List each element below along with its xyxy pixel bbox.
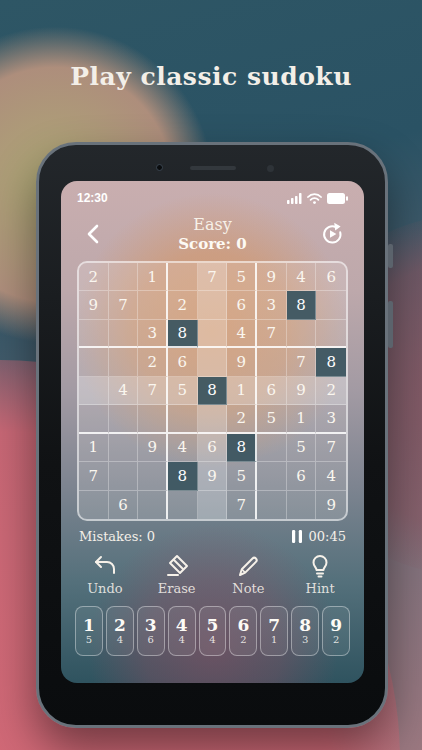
numpad-remaining-count: 3 bbox=[302, 635, 308, 645]
cell-r7c3[interactable]: 9 bbox=[138, 434, 168, 462]
volume-button bbox=[388, 301, 393, 348]
numpad: 152436445462718392 bbox=[75, 606, 350, 656]
numpad-digit: 7 bbox=[268, 617, 280, 634]
cell-r2c9[interactable] bbox=[316, 291, 346, 319]
cell-r2c4[interactable]: 2 bbox=[168, 291, 198, 319]
timer-label: 00:45 bbox=[309, 529, 346, 544]
erase-button[interactable]: Erase bbox=[141, 554, 213, 596]
cell-r2c6[interactable]: 6 bbox=[227, 291, 257, 319]
cell-r6c2[interactable] bbox=[109, 405, 139, 433]
status-bar: 12:30 bbox=[61, 181, 364, 207]
cell-r4c5[interactable] bbox=[198, 348, 228, 376]
numpad-6[interactable]: 62 bbox=[229, 606, 257, 656]
numpad-remaining-count: 2 bbox=[240, 635, 246, 645]
cell-r6c8[interactable]: 1 bbox=[287, 405, 317, 433]
cell-r6c9[interactable]: 3 bbox=[316, 405, 346, 433]
eraser-icon bbox=[164, 554, 190, 578]
cell-r1c4[interactable] bbox=[168, 263, 198, 291]
difficulty-label: Easy bbox=[178, 215, 247, 235]
numpad-7[interactable]: 71 bbox=[260, 606, 288, 656]
cell-r3c2[interactable] bbox=[109, 320, 139, 348]
hint-button[interactable]: Hint bbox=[284, 554, 356, 596]
cell-r8c4[interactable]: 8 bbox=[168, 462, 198, 490]
cell-r7c5[interactable]: 6 bbox=[198, 434, 228, 462]
power-button bbox=[388, 244, 393, 268]
numpad-digit: 1 bbox=[83, 617, 95, 634]
cell-r9c5[interactable] bbox=[198, 491, 228, 519]
numpad-remaining-count: 4 bbox=[117, 635, 123, 645]
sudoku-board-wrap: 2175946972638384726978475816922513194685… bbox=[77, 261, 348, 521]
cell-r4c3[interactable]: 2 bbox=[138, 348, 168, 376]
note-button[interactable]: Note bbox=[213, 554, 285, 596]
mistakes-label: Mistakes: 0 bbox=[79, 529, 155, 544]
cell-r7c7[interactable] bbox=[257, 434, 287, 462]
cell-r1c2[interactable] bbox=[109, 263, 139, 291]
numpad-remaining-count: 1 bbox=[271, 635, 277, 645]
cell-r7c9[interactable]: 7 bbox=[316, 434, 346, 462]
page-title: Play classic sudoku bbox=[0, 62, 422, 91]
numpad-3[interactable]: 36 bbox=[137, 606, 165, 656]
cell-r6c5[interactable] bbox=[198, 405, 228, 433]
numpad-digit: 5 bbox=[207, 617, 219, 634]
cell-r3c8[interactable] bbox=[287, 320, 317, 348]
numpad-5[interactable]: 54 bbox=[199, 606, 227, 656]
numpad-8[interactable]: 83 bbox=[291, 606, 319, 656]
cell-r7c6[interactable]: 8 bbox=[227, 434, 257, 462]
promo-page: Play classic sudoku 12:30 bbox=[0, 0, 422, 750]
cell-r7c2[interactable] bbox=[109, 434, 139, 462]
cell-r5c2[interactable]: 4 bbox=[109, 377, 139, 405]
note-label: Note bbox=[232, 581, 264, 596]
sudoku-board: 2175946972638384726978475816922513194685… bbox=[77, 261, 348, 521]
clock-time: 12:30 bbox=[77, 191, 108, 205]
cell-r6c7[interactable]: 5 bbox=[257, 405, 287, 433]
speaker-slot bbox=[190, 166, 236, 170]
restart-icon bbox=[320, 222, 344, 246]
numpad-digit: 8 bbox=[299, 617, 311, 634]
numpad-remaining-count: 5 bbox=[86, 635, 92, 645]
numpad-9[interactable]: 92 bbox=[322, 606, 350, 656]
cell-r5c5[interactable]: 8 bbox=[198, 377, 228, 405]
cell-r3c4[interactable]: 8 bbox=[168, 320, 198, 348]
undo-label: Undo bbox=[87, 581, 122, 596]
numpad-digit: 6 bbox=[237, 617, 249, 634]
undo-icon bbox=[92, 554, 118, 578]
toolbar: Undo Erase Note bbox=[69, 554, 356, 596]
cell-r8c1[interactable]: 7 bbox=[79, 462, 109, 490]
cell-r3c1[interactable] bbox=[79, 320, 109, 348]
cell-r6c6[interactable]: 2 bbox=[227, 405, 257, 433]
cell-r9c8[interactable] bbox=[287, 491, 317, 519]
cell-r4c6[interactable]: 9 bbox=[227, 348, 257, 376]
numpad-2[interactable]: 24 bbox=[106, 606, 134, 656]
battery-icon bbox=[327, 193, 348, 204]
cell-r5c3[interactable]: 7 bbox=[138, 377, 168, 405]
cell-r7c1[interactable]: 1 bbox=[79, 434, 109, 462]
numpad-1[interactable]: 15 bbox=[75, 606, 103, 656]
cell-r4c4[interactable]: 6 bbox=[168, 348, 198, 376]
cell-r1c6[interactable]: 5 bbox=[227, 263, 257, 291]
pencil-icon bbox=[235, 554, 261, 578]
numpad-digit: 3 bbox=[145, 617, 157, 634]
pause-icon[interactable] bbox=[292, 530, 302, 543]
game-header: Easy Score: 0 bbox=[61, 207, 364, 257]
cell-r3c7[interactable]: 7 bbox=[257, 320, 287, 348]
front-camera-icon bbox=[156, 164, 163, 171]
cell-r2c3[interactable] bbox=[138, 291, 168, 319]
cell-r2c7[interactable]: 3 bbox=[257, 291, 287, 319]
cell-r4c1[interactable] bbox=[79, 348, 109, 376]
numpad-remaining-count: 4 bbox=[178, 635, 184, 645]
sensor-dot bbox=[267, 165, 274, 172]
cell-r4c9[interactable]: 8 bbox=[316, 348, 346, 376]
undo-button[interactable]: Undo bbox=[69, 554, 141, 596]
cell-r8c8[interactable]: 6 bbox=[287, 462, 317, 490]
numpad-digit: 4 bbox=[176, 617, 188, 634]
cell-r9c3[interactable] bbox=[138, 491, 168, 519]
cell-r3c5[interactable] bbox=[198, 320, 228, 348]
game-status-row: Mistakes: 0 00:45 bbox=[79, 529, 346, 544]
erase-label: Erase bbox=[158, 581, 196, 596]
cell-r8c7[interactable] bbox=[257, 462, 287, 490]
cell-r9c6[interactable]: 7 bbox=[227, 491, 257, 519]
cell-r4c2[interactable] bbox=[109, 348, 139, 376]
signal-icon bbox=[287, 193, 302, 204]
cell-r5c9[interactable]: 2 bbox=[316, 377, 346, 405]
numpad-remaining-count: 2 bbox=[333, 635, 339, 645]
cell-r9c9[interactable]: 9 bbox=[316, 491, 346, 519]
lightbulb-icon bbox=[307, 554, 333, 578]
back-button[interactable] bbox=[79, 220, 107, 248]
numpad-remaining-count: 4 bbox=[209, 635, 215, 645]
cell-r8c6[interactable]: 5 bbox=[227, 462, 257, 490]
cell-r6c3[interactable] bbox=[138, 405, 168, 433]
cell-r7c4[interactable]: 4 bbox=[168, 434, 198, 462]
numpad-digit: 9 bbox=[330, 617, 342, 634]
cell-r2c8[interactable]: 8 bbox=[287, 291, 317, 319]
cell-r2c2[interactable]: 7 bbox=[109, 291, 139, 319]
cell-r1c8[interactable]: 4 bbox=[287, 263, 317, 291]
level-and-score: Easy Score: 0 bbox=[178, 215, 247, 254]
cell-r8c2[interactable] bbox=[109, 462, 139, 490]
cell-r3c3[interactable]: 3 bbox=[138, 320, 168, 348]
restart-button[interactable] bbox=[318, 220, 346, 248]
cell-r9c1[interactable] bbox=[79, 491, 109, 519]
cell-r9c7[interactable] bbox=[257, 491, 287, 519]
cell-r5c4[interactable]: 5 bbox=[168, 377, 198, 405]
cell-r1c7[interactable]: 9 bbox=[257, 263, 287, 291]
cell-r5c6[interactable]: 1 bbox=[227, 377, 257, 405]
cell-r4c8[interactable]: 7 bbox=[287, 348, 317, 376]
numpad-4[interactable]: 44 bbox=[168, 606, 196, 656]
cell-r2c5[interactable] bbox=[198, 291, 228, 319]
cell-r5c1[interactable] bbox=[79, 377, 109, 405]
tablet-device: 12:30 bbox=[36, 142, 388, 728]
app-screen: 12:30 bbox=[61, 181, 364, 683]
numpad-remaining-count: 6 bbox=[148, 635, 154, 645]
cell-r8c5[interactable]: 9 bbox=[198, 462, 228, 490]
wifi-icon bbox=[307, 193, 322, 204]
back-chevron-icon bbox=[84, 223, 102, 245]
cell-r6c4[interactable] bbox=[168, 405, 198, 433]
cell-r2c1[interactable]: 9 bbox=[79, 291, 109, 319]
cell-r9c2[interactable]: 6 bbox=[109, 491, 139, 519]
cell-r7c8[interactable]: 5 bbox=[287, 434, 317, 462]
cell-r1c1[interactable]: 2 bbox=[79, 263, 109, 291]
cell-r5c8[interactable]: 9 bbox=[287, 377, 317, 405]
cell-r4c7[interactable] bbox=[257, 348, 287, 376]
cell-r9c4[interactable] bbox=[168, 491, 198, 519]
numpad-digit: 2 bbox=[114, 617, 126, 634]
cell-r5c7[interactable]: 6 bbox=[257, 377, 287, 405]
cell-r3c9[interactable] bbox=[316, 320, 346, 348]
cell-r3c6[interactable]: 4 bbox=[227, 320, 257, 348]
cell-r6c1[interactable] bbox=[79, 405, 109, 433]
cell-r8c9[interactable]: 4 bbox=[316, 462, 346, 490]
cell-r1c5[interactable]: 7 bbox=[198, 263, 228, 291]
cell-r1c3[interactable]: 1 bbox=[138, 263, 168, 291]
cell-r1c9[interactable]: 6 bbox=[316, 263, 346, 291]
hint-label: Hint bbox=[306, 581, 335, 596]
cell-r8c3[interactable] bbox=[138, 462, 168, 490]
score-label: Score: 0 bbox=[178, 235, 247, 254]
